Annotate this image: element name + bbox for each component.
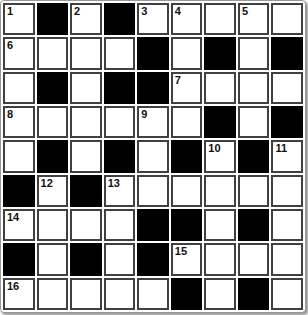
black-cell-r2c9 (271, 37, 303, 69)
black-cell-r3c2 (37, 72, 69, 104)
cell-r4c1[interactable]: 8 (3, 106, 35, 138)
black-cell-r2c7 (204, 37, 236, 69)
cell-r1c7[interactable] (204, 3, 236, 35)
clue-number-8: 8 (7, 108, 13, 121)
cell-r7c2[interactable] (37, 209, 69, 241)
cell-r1c6[interactable]: 4 (171, 3, 203, 35)
cell-r9c1[interactable]: 16 (3, 278, 35, 310)
cell-r8c9[interactable] (271, 243, 303, 275)
cell-r6c7[interactable] (204, 175, 236, 207)
cell-r8c6[interactable]: 15 (171, 243, 203, 275)
black-cell-r7c5 (137, 209, 169, 241)
black-cell-r5c8 (238, 140, 270, 172)
clue-number-5: 5 (242, 5, 248, 18)
cell-r5c9[interactable]: 11 (271, 140, 303, 172)
cell-r9c7[interactable] (204, 278, 236, 310)
black-cell-r7c8 (238, 209, 270, 241)
cell-r5c5[interactable] (137, 140, 169, 172)
clue-number-6: 6 (7, 39, 13, 52)
cell-r3c3[interactable] (70, 72, 102, 104)
black-cell-r9c8 (238, 278, 270, 310)
black-cell-r6c3 (70, 175, 102, 207)
clue-number-13: 13 (108, 177, 120, 190)
cell-r9c5[interactable] (137, 278, 169, 310)
cell-r2c1[interactable]: 6 (3, 37, 35, 69)
cell-r9c2[interactable] (37, 278, 69, 310)
cell-r8c2[interactable] (37, 243, 69, 275)
cell-r2c3[interactable] (70, 37, 102, 69)
cell-r4c6[interactable] (171, 106, 203, 138)
cell-r9c9[interactable] (271, 278, 303, 310)
clue-number-2: 2 (74, 5, 80, 18)
black-cell-r5c2 (37, 140, 69, 172)
cell-r4c8[interactable] (238, 106, 270, 138)
cell-r7c4[interactable] (104, 209, 136, 241)
puzzle-frame: 12345678910111213141516 (0, 0, 306, 313)
black-cell-r7c6 (171, 209, 203, 241)
clue-number-3: 3 (141, 5, 147, 18)
cell-r3c6[interactable]: 7 (171, 72, 203, 104)
cell-r1c3[interactable]: 2 (70, 3, 102, 35)
cell-r9c3[interactable] (70, 278, 102, 310)
cell-r6c4[interactable]: 13 (104, 175, 136, 207)
cell-r1c5[interactable]: 3 (137, 3, 169, 35)
black-cell-r8c1 (3, 243, 35, 275)
cell-r6c9[interactable] (271, 175, 303, 207)
cell-r2c4[interactable] (104, 37, 136, 69)
cell-r2c2[interactable] (37, 37, 69, 69)
cell-r6c8[interactable] (238, 175, 270, 207)
black-cell-r3c4 (104, 72, 136, 104)
black-cell-r1c2 (37, 3, 69, 35)
cell-r4c5[interactable]: 9 (137, 106, 169, 138)
black-cell-r6c1 (3, 175, 35, 207)
cell-r8c7[interactable] (204, 243, 236, 275)
cell-r8c4[interactable] (104, 243, 136, 275)
cell-r3c1[interactable] (3, 72, 35, 104)
clue-number-1: 1 (7, 5, 13, 18)
black-cell-r1c4 (104, 3, 136, 35)
cell-r8c8[interactable] (238, 243, 270, 275)
cell-r6c6[interactable] (171, 175, 203, 207)
cell-r1c8[interactable]: 5 (238, 3, 270, 35)
clue-number-16: 16 (7, 280, 19, 293)
cell-r2c8[interactable] (238, 37, 270, 69)
cell-r3c7[interactable] (204, 72, 236, 104)
cell-r7c1[interactable]: 14 (3, 209, 35, 241)
cell-r6c2[interactable]: 12 (37, 175, 69, 207)
black-cell-r3c5 (137, 72, 169, 104)
black-cell-r9c6 (171, 278, 203, 310)
black-cell-r8c3 (70, 243, 102, 275)
clue-number-11: 11 (275, 142, 287, 155)
cell-r5c3[interactable] (70, 140, 102, 172)
cell-r1c9[interactable] (271, 3, 303, 35)
clue-number-7: 7 (175, 74, 181, 87)
crossword-grid: 12345678910111213141516 (3, 3, 303, 310)
cell-r9c4[interactable] (104, 278, 136, 310)
black-cell-r8c5 (137, 243, 169, 275)
clue-number-15: 15 (175, 245, 187, 258)
black-cell-r5c4 (104, 140, 136, 172)
clue-number-4: 4 (175, 5, 181, 18)
cell-r7c9[interactable] (271, 209, 303, 241)
cell-r2c6[interactable] (171, 37, 203, 69)
clue-number-9: 9 (141, 108, 147, 121)
cell-r5c1[interactable] (3, 140, 35, 172)
clue-number-12: 12 (41, 177, 53, 190)
cell-r4c3[interactable] (70, 106, 102, 138)
cell-r7c3[interactable] (70, 209, 102, 241)
cell-r4c4[interactable] (104, 106, 136, 138)
black-cell-r2c5 (137, 37, 169, 69)
cell-r1c1[interactable]: 1 (3, 3, 35, 35)
cell-r5c7[interactable]: 10 (204, 140, 236, 172)
cell-r3c8[interactable] (238, 72, 270, 104)
clue-number-14: 14 (7, 211, 19, 224)
cell-r6c5[interactable] (137, 175, 169, 207)
crossword-widget: 12345678910111213141516 (0, 0, 308, 315)
black-cell-r4c7 (204, 106, 236, 138)
cell-r3c9[interactable] (271, 72, 303, 104)
clue-number-10: 10 (208, 142, 220, 155)
cell-r7c7[interactable] (204, 209, 236, 241)
black-cell-r4c9 (271, 106, 303, 138)
cell-r4c2[interactable] (37, 106, 69, 138)
black-cell-r5c6 (171, 140, 203, 172)
